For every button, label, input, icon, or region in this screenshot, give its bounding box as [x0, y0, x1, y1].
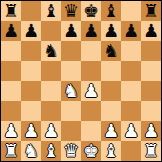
square-d7[interactable]: ♟: [61, 21, 81, 41]
white-rook[interactable]: ♜: [3, 141, 19, 161]
square-g6[interactable]: [121, 41, 141, 61]
square-g2[interactable]: ♟: [121, 121, 141, 141]
square-d3[interactable]: [61, 101, 81, 121]
square-a2[interactable]: ♟: [1, 121, 21, 141]
black-king[interactable]: ♚: [83, 1, 99, 21]
black-bishop[interactable]: ♝: [43, 1, 59, 21]
black-rook[interactable]: ♜: [3, 1, 19, 21]
square-h6[interactable]: [141, 41, 161, 61]
square-e7[interactable]: ♟: [81, 21, 101, 41]
square-c8[interactable]: ♝: [41, 1, 61, 21]
black-pawn[interactable]: ♟: [63, 21, 79, 41]
square-a3[interactable]: [1, 101, 21, 121]
square-h8[interactable]: ♜: [141, 1, 161, 21]
white-pawn[interactable]: ♟: [23, 121, 39, 141]
square-e8[interactable]: ♚: [81, 1, 101, 21]
square-h2[interactable]: ♟: [141, 121, 161, 141]
square-c5[interactable]: [41, 61, 61, 81]
square-e5[interactable]: [81, 61, 101, 81]
square-f8[interactable]: ♝: [101, 1, 121, 21]
white-bishop[interactable]: ♝: [43, 141, 59, 161]
square-g5[interactable]: [121, 61, 141, 81]
white-rook[interactable]: ♜: [143, 141, 159, 161]
square-d1[interactable]: ♛: [61, 141, 81, 161]
square-b3[interactable]: [21, 101, 41, 121]
square-b6[interactable]: [21, 41, 41, 61]
chess-board: ♜♝♛♚♝♜♟♟♟♟♟♟♟♞♞♞♟♟♟♟♟♟♟♜♞♝♛♚♝♜: [1, 1, 161, 161]
square-d6[interactable]: [61, 41, 81, 61]
square-g1[interactable]: [121, 141, 141, 161]
white-pawn[interactable]: ♟: [3, 121, 19, 141]
white-pawn[interactable]: ♟: [103, 121, 119, 141]
square-d4[interactable]: ♞: [61, 81, 81, 101]
white-pawn[interactable]: ♟: [143, 121, 159, 141]
square-f1[interactable]: ♝: [101, 141, 121, 161]
white-pawn[interactable]: ♟: [123, 121, 139, 141]
black-pawn[interactable]: ♟: [83, 21, 99, 41]
square-b5[interactable]: [21, 61, 41, 81]
square-g4[interactable]: [121, 81, 141, 101]
white-pawn[interactable]: ♟: [83, 81, 99, 101]
square-a5[interactable]: [1, 61, 21, 81]
square-f6[interactable]: ♞: [101, 41, 121, 61]
black-bishop[interactable]: ♝: [103, 1, 119, 21]
square-b1[interactable]: ♞: [21, 141, 41, 161]
white-knight[interactable]: ♞: [63, 81, 79, 101]
black-pawn[interactable]: ♟: [3, 21, 19, 41]
black-pawn[interactable]: ♟: [143, 21, 159, 41]
white-pawn[interactable]: ♟: [43, 121, 59, 141]
square-d8[interactable]: ♛: [61, 1, 81, 21]
black-pawn[interactable]: ♟: [123, 21, 139, 41]
square-c6[interactable]: ♞: [41, 41, 61, 61]
chess-board-frame: ♜♝♛♚♝♜♟♟♟♟♟♟♟♞♞♞♟♟♟♟♟♟♟♜♞♝♛♚♝♜: [0, 0, 162, 162]
square-h3[interactable]: [141, 101, 161, 121]
square-d5[interactable]: [61, 61, 81, 81]
square-c7[interactable]: [41, 21, 61, 41]
square-h5[interactable]: [141, 61, 161, 81]
white-knight[interactable]: ♞: [23, 141, 39, 161]
white-queen[interactable]: ♛: [63, 141, 79, 161]
square-h1[interactable]: ♜: [141, 141, 161, 161]
white-king[interactable]: ♚: [83, 141, 99, 161]
square-f4[interactable]: [101, 81, 121, 101]
square-b4[interactable]: [21, 81, 41, 101]
square-b8[interactable]: [21, 1, 41, 21]
square-a7[interactable]: ♟: [1, 21, 21, 41]
square-e3[interactable]: [81, 101, 101, 121]
square-g3[interactable]: [121, 101, 141, 121]
white-bishop[interactable]: ♝: [103, 141, 119, 161]
black-knight[interactable]: ♞: [103, 41, 119, 61]
square-h7[interactable]: ♟: [141, 21, 161, 41]
square-b2[interactable]: ♟: [21, 121, 41, 141]
black-pawn[interactable]: ♟: [23, 21, 39, 41]
square-e1[interactable]: ♚: [81, 141, 101, 161]
square-e6[interactable]: [81, 41, 101, 61]
square-e2[interactable]: [81, 121, 101, 141]
square-c4[interactable]: [41, 81, 61, 101]
square-a4[interactable]: [1, 81, 21, 101]
square-f5[interactable]: [101, 61, 121, 81]
square-a8[interactable]: ♜: [1, 1, 21, 21]
square-f3[interactable]: [101, 101, 121, 121]
square-f7[interactable]: ♟: [101, 21, 121, 41]
square-h4[interactable]: [141, 81, 161, 101]
square-d2[interactable]: [61, 121, 81, 141]
square-a6[interactable]: [1, 41, 21, 61]
square-e4[interactable]: ♟: [81, 81, 101, 101]
black-queen[interactable]: ♛: [63, 1, 79, 21]
square-c3[interactable]: [41, 101, 61, 121]
square-c2[interactable]: ♟: [41, 121, 61, 141]
square-g7[interactable]: ♟: [121, 21, 141, 41]
square-g8[interactable]: [121, 1, 141, 21]
square-a1[interactable]: ♜: [1, 141, 21, 161]
black-knight[interactable]: ♞: [43, 41, 59, 61]
black-rook[interactable]: ♜: [143, 1, 159, 21]
square-c1[interactable]: ♝: [41, 141, 61, 161]
black-pawn[interactable]: ♟: [103, 21, 119, 41]
square-b7[interactable]: ♟: [21, 21, 41, 41]
square-f2[interactable]: ♟: [101, 121, 121, 141]
